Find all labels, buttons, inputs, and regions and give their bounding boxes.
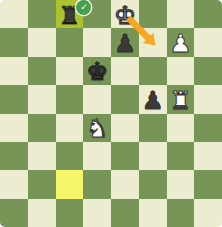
- square-e5[interactable]: [111, 85, 139, 113]
- square-d5[interactable]: [83, 85, 111, 113]
- piece-white-knight[interactable]: ♞: [86, 116, 108, 141]
- square-a6[interactable]: [0, 57, 28, 85]
- square-d7[interactable]: [83, 28, 111, 56]
- checkmark-icon: ✓: [80, 3, 88, 12]
- square-g1[interactable]: [167, 199, 195, 227]
- piece-black-king[interactable]: ♚: [86, 59, 108, 84]
- square-c3[interactable]: [56, 142, 84, 170]
- square-f1[interactable]: [139, 199, 167, 227]
- square-f4[interactable]: [139, 114, 167, 142]
- square-d4[interactable]: ♞: [83, 114, 111, 142]
- square-c1[interactable]: [56, 199, 84, 227]
- square-c5[interactable]: [56, 85, 84, 113]
- square-f5[interactable]: ♟: [139, 85, 167, 113]
- square-f8[interactable]: [139, 0, 167, 28]
- square-e6[interactable]: [111, 57, 139, 85]
- square-a8[interactable]: [0, 0, 28, 28]
- square-c4[interactable]: [56, 114, 84, 142]
- square-b4[interactable]: [28, 114, 56, 142]
- square-b7[interactable]: [28, 28, 56, 56]
- square-g5[interactable]: ♜: [167, 85, 195, 113]
- square-h7[interactable]: [194, 28, 222, 56]
- square-f3[interactable]: [139, 142, 167, 170]
- square-a5[interactable]: [0, 85, 28, 113]
- square-e1[interactable]: [111, 199, 139, 227]
- piece-white-king[interactable]: ♚: [114, 3, 136, 28]
- square-b2[interactable]: [28, 170, 56, 198]
- square-d2[interactable]: [83, 170, 111, 198]
- square-g3[interactable]: [167, 142, 195, 170]
- square-f6[interactable]: [139, 57, 167, 85]
- piece-white-rook[interactable]: ♜: [169, 88, 191, 113]
- square-h2[interactable]: [194, 170, 222, 198]
- square-g4[interactable]: [167, 114, 195, 142]
- square-d3[interactable]: [83, 142, 111, 170]
- piece-white-pawn[interactable]: ♟: [169, 31, 191, 56]
- square-h3[interactable]: [194, 142, 222, 170]
- square-e2[interactable]: [111, 170, 139, 198]
- square-f7[interactable]: [139, 28, 167, 56]
- square-g7[interactable]: ♟: [167, 28, 195, 56]
- square-a1[interactable]: [0, 199, 28, 227]
- square-g6[interactable]: [167, 57, 195, 85]
- square-b1[interactable]: [28, 199, 56, 227]
- square-d6[interactable]: ♚: [83, 57, 111, 85]
- square-h1[interactable]: [194, 199, 222, 227]
- square-h5[interactable]: [194, 85, 222, 113]
- square-e3[interactable]: [111, 142, 139, 170]
- piece-black-pawn[interactable]: ♟: [141, 88, 163, 113]
- square-a3[interactable]: [0, 142, 28, 170]
- square-e4[interactable]: [111, 114, 139, 142]
- square-c6[interactable]: [56, 57, 84, 85]
- square-g8[interactable]: [167, 0, 195, 28]
- square-c2[interactable]: [56, 170, 84, 198]
- square-b6[interactable]: [28, 57, 56, 85]
- square-h4[interactable]: [194, 114, 222, 142]
- square-a2[interactable]: [0, 170, 28, 198]
- square-d1[interactable]: [83, 199, 111, 227]
- square-e8[interactable]: ♚: [111, 0, 139, 28]
- square-h6[interactable]: [194, 57, 222, 85]
- chess-board: ♜♚♟♟♚♟♜♞: [0, 0, 222, 227]
- square-g2[interactable]: [167, 170, 195, 198]
- square-a4[interactable]: [0, 114, 28, 142]
- square-e7[interactable]: ♟: [111, 28, 139, 56]
- square-b5[interactable]: [28, 85, 56, 113]
- square-c7[interactable]: [56, 28, 84, 56]
- piece-black-pawn[interactable]: ♟: [114, 31, 136, 56]
- square-b3[interactable]: [28, 142, 56, 170]
- square-h8[interactable]: [194, 0, 222, 28]
- square-b8[interactable]: [28, 0, 56, 28]
- square-f2[interactable]: [139, 170, 167, 198]
- square-a7[interactable]: [0, 28, 28, 56]
